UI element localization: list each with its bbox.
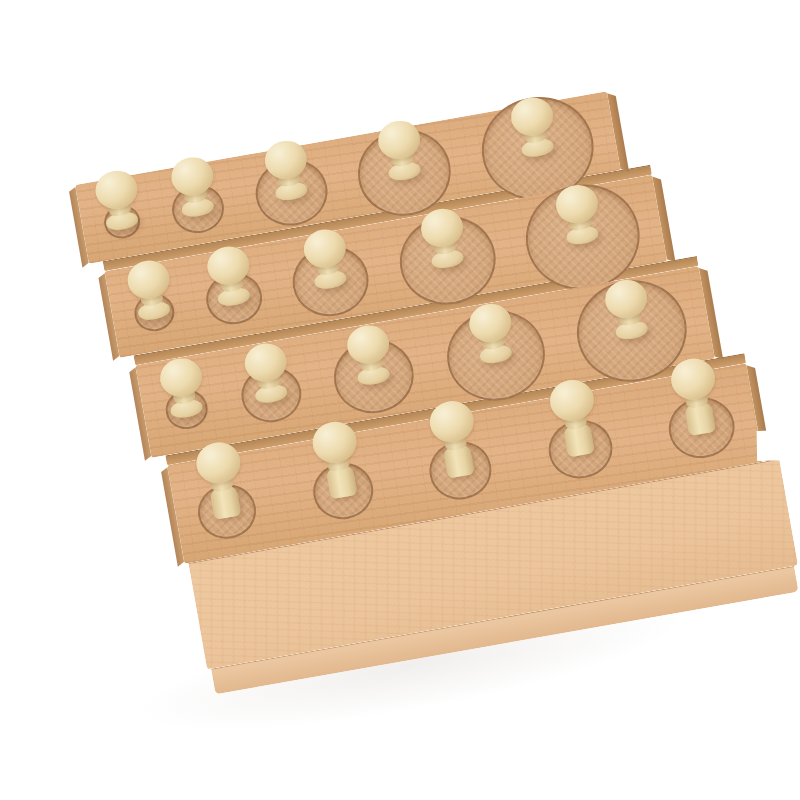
knob-ball — [92, 167, 140, 212]
right-edge-notch — [757, 430, 792, 461]
photo-background — [0, 0, 800, 800]
block-right-side-face-3 — [699, 268, 723, 360]
block-left-side-face-1 — [69, 187, 89, 268]
block-left-side-face-3 — [129, 367, 151, 461]
block-right-side-face-2 — [652, 177, 675, 263]
cylinder-blocks-set — [75, 81, 757, 703]
block-left-side-face-4 — [161, 467, 184, 566]
block-left-side-face-2 — [99, 273, 120, 361]
block-right-side-face-1 — [607, 93, 629, 171]
